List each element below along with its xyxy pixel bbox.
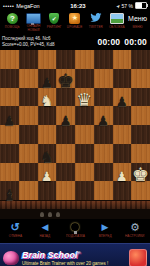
white-knight-c6[interactable]: ♞ (38, 88, 57, 107)
square-b6[interactable] (19, 88, 38, 107)
ad-title: Brain School® (22, 250, 127, 260)
help-icon: ? (7, 13, 18, 24)
settings-label: НАСТРОЙКИ (125, 234, 144, 238)
square-b7[interactable] (19, 69, 38, 88)
black-knight-c3[interactable]: ♞ (38, 144, 57, 163)
forward-label: ВПЕРЁД (99, 234, 112, 238)
menu-text: Меню (128, 12, 147, 24)
black-pawn-f5[interactable]: ♟ (94, 106, 113, 125)
battery-icon (135, 2, 147, 9)
back-button[interactable]: ◀ НАЗАД (32, 221, 58, 238)
board-frame (0, 200, 150, 209)
undo-label: ОТМЕНА (8, 234, 21, 238)
square-b2[interactable] (19, 163, 38, 182)
square-g5[interactable] (113, 106, 132, 125)
brain-logo-icon (3, 251, 19, 265)
black-king-d7[interactable]: ♚ (56, 69, 75, 88)
square-e8[interactable] (75, 50, 94, 69)
back-label: НАЗАД (40, 234, 51, 238)
black-clock: 00:00 (124, 37, 147, 47)
square-g8[interactable] (113, 50, 132, 69)
captured-piece-mark (56, 212, 60, 217)
last-move-text: Последний ход 46. Nc6 (2, 36, 54, 42)
bottom-nav: ↺ ОТМЕНА ◀ НАЗАД ПОДСКАЗКА ▶ ВПЕРЁД ⚙ НА… (0, 219, 150, 243)
white-clock: 00:00 (98, 37, 121, 47)
upgrade-icon: ★ (69, 13, 80, 24)
square-f1[interactable] (94, 181, 113, 200)
square-e1[interactable] (75, 181, 94, 200)
board-area: ♚♟♞♛♟♟♟♟♞♟♟♚♝ (0, 50, 150, 209)
black-pawn-g6[interactable]: ♟ (113, 88, 132, 107)
square-a8[interactable] (0, 50, 19, 69)
upgrade-label: UPGRADE (67, 25, 83, 29)
engine-score-text: Score=+0.00, PV=45, Kd8 (2, 42, 54, 48)
chess-app: ••••• MegaFon 16:23 ➤ 57 % ? ПОМОЩЬ ОНЛА… (0, 0, 150, 266)
forward-arrow-icon: ▶ (102, 221, 109, 233)
settings-gear-icon: ⚙ (130, 221, 140, 233)
help-button[interactable]: ? ПОМОЩЬ (3, 12, 22, 29)
square-b5[interactable] (19, 106, 38, 125)
square-b1[interactable] (19, 181, 38, 200)
square-g3[interactable] (113, 144, 132, 163)
square-g7[interactable] (113, 69, 132, 88)
square-h6[interactable] (131, 88, 150, 107)
square-a7[interactable] (0, 69, 19, 88)
status-time: 16:23 (40, 3, 117, 9)
square-a6[interactable] (0, 88, 19, 107)
menu-label: МЕНЮ (132, 25, 142, 29)
twitter-bird-icon (90, 12, 102, 24)
square-c1[interactable] (38, 181, 57, 200)
square-b8[interactable] (19, 50, 38, 69)
square-f3[interactable] (94, 144, 113, 163)
square-e2[interactable] (75, 163, 94, 182)
square-c4[interactable] (38, 125, 57, 144)
square-d8[interactable] (56, 50, 75, 69)
monitor-icon (26, 13, 41, 24)
menu-button[interactable]: Меню МЕНЮ (128, 12, 147, 29)
square-f4[interactable] (94, 125, 113, 144)
white-pawn-c2[interactable]: ♟ (38, 163, 57, 182)
back-arrow-icon: ◀ (42, 221, 49, 233)
square-h3[interactable] (131, 144, 150, 163)
square-h7[interactable] (131, 69, 150, 88)
forward-button[interactable]: ▶ ВПЕРЁД (92, 221, 118, 238)
game-clocks: 00:00 00:00 (98, 37, 148, 47)
white-queen-e6[interactable]: ♛ (75, 88, 94, 107)
square-e3[interactable] (75, 144, 94, 163)
captured-piece-mark (48, 212, 52, 217)
cover-label: ОБЛОЖКА (109, 25, 125, 29)
square-d1[interactable] (56, 181, 75, 200)
hint-bulb-icon (71, 223, 79, 231)
undo-icon: ↺ (10, 221, 19, 233)
ad-subtitle: Ultimate Brain Trainer with over 20 game… (22, 261, 127, 266)
square-d2[interactable] (56, 163, 75, 182)
square-h8[interactable] (131, 50, 150, 69)
rating-label: РЕЙТИНГ (47, 25, 62, 29)
move-history-strip (0, 209, 150, 219)
square-a2[interactable] (0, 163, 19, 182)
black-bishop-a1[interactable]: ♝ (0, 181, 19, 200)
square-b3[interactable] (19, 144, 38, 163)
battery-percent: 57 % (122, 3, 133, 9)
twitter-button[interactable]: TWITTER (86, 12, 105, 29)
online-button[interactable]: ОНЛАЙН НОВЫЙ (24, 12, 43, 33)
square-c8[interactable] (38, 50, 57, 69)
square-g4[interactable] (113, 125, 132, 144)
square-f7[interactable] (94, 69, 113, 88)
info-panel: Последний ход 46. Nc6 Score=+0.00, PV=45… (0, 33, 150, 50)
carrier-label: MegaFon (16, 3, 39, 9)
square-a4[interactable] (0, 125, 19, 144)
square-f2[interactable] (94, 163, 113, 182)
square-f6[interactable] (94, 88, 113, 107)
ad-banner[interactable]: Brain School® Ultimate Brain Trainer wit… (0, 243, 150, 266)
black-pawn-c7[interactable]: ♟ (38, 69, 57, 88)
rating-button[interactable]: ✔ РЕЙТИНГ (45, 12, 64, 29)
black-pawn-a5[interactable]: ♟ (0, 106, 19, 125)
square-h4[interactable] (131, 125, 150, 144)
upgrade-button[interactable]: ★ UPGRADE (65, 12, 84, 29)
help-label: ПОМОЩЬ (5, 25, 20, 29)
top-toolbar: ? ПОМОЩЬ ОНЛАЙН НОВЫЙ ✔ РЕЙТИНГ ★ UPGRAD… (0, 11, 150, 33)
square-b4[interactable] (19, 125, 38, 144)
status-bar: ••••• MegaFon 16:23 ➤ 57 % (0, 0, 150, 11)
twitter-label: TWITTER (89, 25, 103, 29)
white-pawn-g2[interactable]: ♟ (113, 163, 132, 182)
cover-image-icon (110, 13, 124, 24)
signal-strength-icon: ••••• (3, 3, 14, 9)
square-d4[interactable] (56, 125, 75, 144)
cover-button[interactable]: ОБЛОЖКА (107, 12, 126, 29)
square-e7[interactable] (75, 69, 94, 88)
hint-button[interactable]: ПОДСКАЗКА (62, 221, 88, 238)
online-label-bottom: НОВЫЙ (27, 28, 39, 32)
square-e4[interactable] (75, 125, 94, 144)
shield-icon: ✔ (49, 13, 59, 24)
white-king-h2[interactable]: ♚ (131, 163, 150, 182)
square-f8[interactable] (94, 50, 113, 69)
captured-piece-mark (40, 212, 44, 217)
square-a3[interactable] (0, 144, 19, 163)
square-h5[interactable] (131, 106, 150, 125)
square-d3[interactable] (56, 144, 75, 163)
hint-label: ПОДСКАЗКА (66, 234, 85, 238)
chess-board[interactable]: ♚♟♞♛♟♟♟♟♞♟♟♚♝ (0, 50, 150, 200)
square-g1[interactable] (113, 181, 132, 200)
undo-button[interactable]: ↺ ОТМЕНА (2, 221, 28, 238)
black-pawn-d5[interactable]: ♟ (56, 106, 75, 125)
settings-button[interactable]: ⚙ НАСТРОЙКИ (122, 221, 148, 238)
ad-app-icon (129, 249, 147, 266)
